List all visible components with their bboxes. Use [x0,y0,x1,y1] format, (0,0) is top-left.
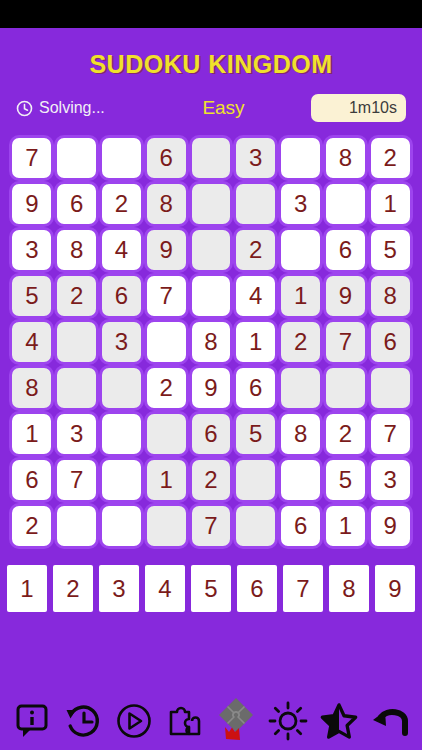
numpad-6[interactable]: 6 [237,565,277,612]
cell-r4c7[interactable]: 1 [278,273,323,319]
timer-value: 1m10s [349,99,397,117]
cell-r3c3[interactable]: 4 [99,227,144,273]
cell-r6c1[interactable]: 8 [9,365,54,411]
cell-r8c8[interactable]: 5 [323,457,368,503]
cell-r4c9[interactable]: 8 [368,273,413,319]
cell-r8c4[interactable]: 1 [144,457,189,503]
numpad-1[interactable]: 1 [7,565,47,612]
app-logo-button[interactable] [216,700,258,742]
history-icon [63,701,103,741]
undo-icon [369,701,411,741]
undo-button[interactable] [369,700,411,742]
status-bar [0,0,422,28]
numpad-7[interactable]: 7 [283,565,323,612]
cell-r1c6[interactable]: 3 [233,135,278,181]
cell-r4c8[interactable]: 9 [323,273,368,319]
cell-r1c3[interactable] [99,135,144,181]
cell-r7c9[interactable]: 7 [368,411,413,457]
cell-r8c6[interactable] [233,457,278,503]
cell-r5c4[interactable] [144,319,189,365]
cell-r6c8[interactable] [323,365,368,411]
cell-r6c2[interactable] [54,365,99,411]
cell-r3c1[interactable]: 3 [9,227,54,273]
cell-r1c2[interactable] [54,135,99,181]
cell-r5c3[interactable]: 3 [99,319,144,365]
play-icon [114,701,154,741]
cell-r2c9[interactable]: 1 [368,181,413,227]
cell-r6c4[interactable]: 2 [144,365,189,411]
sudoku-grid: 7638296283138492655267419843812768296136… [9,135,413,549]
cell-r4c2[interactable]: 2 [54,273,99,319]
feedback-icon [13,701,51,741]
cell-r2c3[interactable]: 2 [99,181,144,227]
cell-r6c5[interactable]: 9 [189,365,234,411]
cell-r4c1[interactable]: 5 [9,273,54,319]
solving-status: Solving... [16,99,136,117]
numpad-2[interactable]: 2 [53,565,93,612]
cell-r2c2[interactable]: 6 [54,181,99,227]
cell-r3c2[interactable]: 8 [54,227,99,273]
cell-r2c8[interactable] [323,181,368,227]
cell-r3c8[interactable]: 6 [323,227,368,273]
cell-r7c3[interactable] [99,411,144,457]
cell-r5c8[interactable]: 7 [323,319,368,365]
clock-icon [16,100,33,117]
cell-r4c4[interactable]: 7 [144,273,189,319]
cell-r9c7[interactable]: 6 [278,503,323,549]
cell-r5c6[interactable]: 1 [233,319,278,365]
app-logo-icon [216,698,258,744]
cell-r8c1[interactable]: 6 [9,457,54,503]
cell-r2c1[interactable]: 9 [9,181,54,227]
cell-r9c8[interactable]: 1 [323,503,368,549]
cell-r7c7[interactable]: 8 [278,411,323,457]
cell-r8c7[interactable] [278,457,323,503]
cell-r5c7[interactable]: 2 [278,319,323,365]
cell-r3c9[interactable]: 5 [368,227,413,273]
cell-r2c5[interactable] [189,181,234,227]
cell-r9c2[interactable] [54,503,99,549]
number-pad: 123456789 [7,565,415,612]
numpad-9[interactable]: 9 [375,565,415,612]
cell-r1c7[interactable] [278,135,323,181]
numpad-8[interactable]: 8 [329,565,369,612]
cell-r5c2[interactable] [54,319,99,365]
cell-r1c5[interactable] [189,135,234,181]
cell-r7c4[interactable] [144,411,189,457]
cell-r9c6[interactable] [233,503,278,549]
cell-r2c4[interactable]: 8 [144,181,189,227]
new-puzzle-button[interactable] [164,700,206,742]
cell-r5c9[interactable]: 6 [368,319,413,365]
cell-r3c4[interactable]: 9 [144,227,189,273]
app-screen: SUDOKU KINGDOM Solving... Easy 1m10s 763… [0,0,422,750]
cell-r6c6[interactable]: 6 [233,365,278,411]
cell-r6c9[interactable] [368,365,413,411]
cell-r1c8[interactable]: 8 [323,135,368,181]
numpad-3[interactable]: 3 [99,565,139,612]
cell-r8c3[interactable] [99,457,144,503]
timer-badge: 1m10s [311,94,406,122]
cell-r8c9[interactable]: 3 [368,457,413,503]
solving-label: Solving... [39,99,105,117]
cell-r9c4[interactable] [144,503,189,549]
cell-r3c7[interactable] [278,227,323,273]
cell-r3c5[interactable] [189,227,234,273]
cell-r1c9[interactable]: 2 [368,135,413,181]
difficulty-label: Easy [136,97,311,119]
cell-r7c6[interactable]: 5 [233,411,278,457]
cell-r9c9[interactable]: 9 [368,503,413,549]
cell-r6c3[interactable] [99,365,144,411]
brightness-icon [267,700,309,742]
app-title: SUDOKU KINGDOM [0,50,422,79]
cell-r4c3[interactable]: 6 [99,273,144,319]
cell-r7c8[interactable]: 2 [323,411,368,457]
cell-r8c5[interactable]: 2 [189,457,234,503]
cell-r4c6[interactable]: 4 [233,273,278,319]
cell-r7c1[interactable]: 1 [9,411,54,457]
play-button[interactable] [113,700,155,742]
rate-button[interactable] [318,700,360,742]
cell-r9c5[interactable]: 7 [189,503,234,549]
cell-r9c1[interactable]: 2 [9,503,54,549]
cell-r2c6[interactable] [233,181,278,227]
cell-r2c7[interactable]: 3 [278,181,323,227]
cell-r6c7[interactable] [278,365,323,411]
cell-r8c2[interactable]: 7 [54,457,99,503]
history-button[interactable] [62,700,104,742]
star-icon [319,701,359,741]
cell-r7c5[interactable]: 6 [189,411,234,457]
cell-r5c1[interactable]: 4 [9,319,54,365]
info-row: Solving... Easy 1m10s [0,93,422,123]
numpad-5[interactable]: 5 [191,565,231,612]
brightness-button[interactable] [267,700,309,742]
cell-r5c5[interactable]: 8 [189,319,234,365]
feedback-button[interactable] [11,700,53,742]
cell-r7c2[interactable]: 3 [54,411,99,457]
cell-r4c5[interactable] [189,273,234,319]
numpad-4[interactable]: 4 [145,565,185,612]
puzzle-icon [165,701,205,741]
cell-r3c6[interactable]: 2 [233,227,278,273]
bottom-toolbar [0,697,422,745]
cell-r1c4[interactable]: 6 [144,135,189,181]
cell-r1c1[interactable]: 7 [9,135,54,181]
cell-r9c3[interactable] [99,503,144,549]
